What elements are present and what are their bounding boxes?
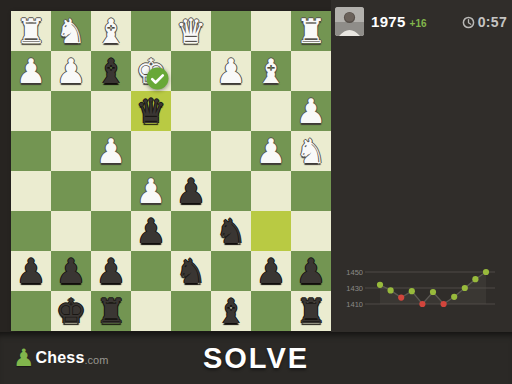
square-a2[interactable] (291, 51, 331, 91)
white-pawn-h2[interactable]: ♟ (16, 51, 46, 91)
timer-value: 0:57 (478, 14, 507, 30)
black-bishop-c8[interactable]: ♝ (216, 291, 246, 331)
square-c7[interactable] (211, 251, 251, 291)
square-b3[interactable] (251, 91, 291, 131)
white-rook-a1[interactable]: ♜ (296, 11, 326, 51)
black-knight-c6[interactable]: ♞ (216, 211, 246, 251)
square-a6[interactable] (291, 211, 331, 251)
correct-move-check-icon (146, 67, 169, 90)
square-c3[interactable] (211, 91, 251, 131)
square-h8[interactable] (11, 291, 51, 331)
square-e5[interactable]: ♟ (131, 171, 171, 211)
square-f7[interactable]: ♟ (91, 251, 131, 291)
square-h4[interactable] (11, 131, 51, 171)
white-pawn-f4[interactable]: ♟ (96, 131, 126, 171)
rating-point-win (409, 288, 415, 294)
square-f1[interactable]: ♝ (91, 11, 131, 51)
rating-row: 1975 +16 (371, 13, 427, 30)
square-g1[interactable]: ♞ (51, 11, 91, 51)
rating-point-loss (398, 295, 404, 301)
rating-delta-badge: +16 (410, 18, 427, 29)
timer-row: 0:57 (462, 14, 507, 30)
puzzle-rating: 1975 (371, 13, 406, 30)
black-rook-a8[interactable]: ♜ (296, 291, 326, 331)
side-panel: 1975 +16 0:57 145014301410 (331, 0, 512, 332)
rating-point-win (388, 287, 394, 293)
square-f2[interactable]: ♝ (91, 51, 131, 91)
board-frame: ♜♞♝♛♜♟♟♝♚♟♝♛♟♟♟♞♟♟♟♞♟♟♟♞♟♟♚♜♝♜ (0, 0, 331, 332)
square-f6[interactable] (91, 211, 131, 251)
avatar-photo (335, 7, 364, 36)
square-a8[interactable]: ♜ (291, 291, 331, 331)
square-e6[interactable]: ♟ (131, 211, 171, 251)
square-d1[interactable]: ♛ (171, 11, 211, 51)
square-d8[interactable] (171, 291, 211, 331)
square-b7[interactable]: ♟ (251, 251, 291, 291)
square-b4[interactable]: ♟ (251, 131, 291, 171)
square-d6[interactable] (171, 211, 211, 251)
chart-ytick: 1450 (346, 268, 363, 277)
white-pawn-b4[interactable]: ♟ (256, 131, 286, 171)
square-b5[interactable] (251, 171, 291, 211)
square-b1[interactable] (251, 11, 291, 51)
chart-ytick: 1430 (346, 284, 363, 293)
square-a7[interactable]: ♟ (291, 251, 331, 291)
black-king-g8[interactable]: ♚ (56, 291, 86, 331)
square-a5[interactable] (291, 171, 331, 211)
square-g6[interactable] (51, 211, 91, 251)
square-c5[interactable] (211, 171, 251, 211)
rating-point-loss (441, 301, 447, 307)
square-e8[interactable] (131, 291, 171, 331)
square-d5[interactable]: ♟ (171, 171, 211, 211)
square-d7[interactable]: ♞ (171, 251, 211, 291)
square-f8[interactable]: ♜ (91, 291, 131, 331)
chesscom-pawn-logo-icon: ♟ (13, 346, 35, 370)
rating-point-win (483, 269, 489, 275)
black-bishop-f2[interactable]: ♝ (96, 51, 126, 91)
chart-ytick: 1410 (346, 300, 363, 309)
white-pawn-c2[interactable]: ♟ (216, 51, 246, 91)
square-f5[interactable] (91, 171, 131, 211)
square-h2[interactable]: ♟ (11, 51, 51, 91)
square-h6[interactable] (11, 211, 51, 251)
bottom-bar: ♟ Chess .com SOLVE (0, 332, 512, 384)
black-pawn-h7[interactable]: ♟ (16, 251, 46, 291)
square-b6[interactable] (251, 211, 291, 251)
rating-point-win (451, 294, 457, 300)
square-c1[interactable] (211, 11, 251, 51)
square-g5[interactable] (51, 171, 91, 211)
black-knight-d7[interactable]: ♞ (176, 251, 206, 291)
square-h5[interactable] (11, 171, 51, 211)
rating-point-win (430, 289, 436, 295)
square-h7[interactable]: ♟ (11, 251, 51, 291)
rating-point-loss (419, 301, 425, 307)
black-pawn-g7[interactable]: ♟ (56, 251, 86, 291)
black-pawn-a7[interactable]: ♟ (296, 251, 326, 291)
brand-name: Chess (36, 349, 85, 367)
square-d2[interactable] (171, 51, 211, 91)
square-g3[interactable] (51, 91, 91, 131)
square-c8[interactable]: ♝ (211, 291, 251, 331)
rating-point-win (472, 276, 478, 282)
square-g4[interactable] (51, 131, 91, 171)
avatar[interactable] (335, 7, 364, 36)
puzzle-app: ♜♞♝♛♜♟♟♝♚♟♝♛♟♟♟♞♟♟♟♞♟♟♟♞♟♟♚♜♝♜ 1975 +16 (0, 0, 512, 384)
rating-history-chart: 145014301410 (345, 260, 500, 320)
square-e3[interactable]: ♛ (131, 91, 171, 131)
black-pawn-e6[interactable]: ♟ (136, 211, 166, 251)
square-c2[interactable]: ♟ (211, 51, 251, 91)
black-pawn-d5[interactable]: ♟ (176, 171, 206, 211)
square-b2[interactable]: ♝ (251, 51, 291, 91)
white-bishop-f1[interactable]: ♝ (96, 11, 126, 51)
black-rook-f8[interactable]: ♜ (96, 291, 126, 331)
solve-title: SOLVE (203, 342, 309, 375)
square-d3[interactable] (171, 91, 211, 131)
white-knight-g1[interactable]: ♞ (56, 11, 86, 51)
black-pawn-f7[interactable]: ♟ (96, 251, 126, 291)
rating-point-win (462, 285, 468, 291)
square-a4[interactable]: ♞ (291, 131, 331, 171)
square-f4[interactable]: ♟ (91, 131, 131, 171)
square-a3[interactable]: ♟ (291, 91, 331, 131)
square-e4[interactable] (131, 131, 171, 171)
square-g8[interactable]: ♚ (51, 291, 91, 331)
square-b8[interactable] (251, 291, 291, 331)
white-knight-a4[interactable]: ♞ (296, 131, 326, 171)
white-pawn-a3[interactable]: ♟ (296, 91, 326, 131)
rating-point-win (377, 282, 383, 288)
chess-board: ♜♞♝♛♜♟♟♝♚♟♝♛♟♟♟♞♟♟♟♞♟♟♟♞♟♟♚♜♝♜ (11, 11, 331, 331)
square-d4[interactable] (171, 131, 211, 171)
square-g7[interactable]: ♟ (51, 251, 91, 291)
white-queen-d1[interactable]: ♛ (176, 11, 206, 51)
clock-icon (462, 16, 475, 29)
white-bishop-b2[interactable]: ♝ (256, 51, 286, 91)
square-e1[interactable] (131, 11, 171, 51)
square-h3[interactable] (11, 91, 51, 131)
white-pawn-g2[interactable]: ♟ (56, 51, 86, 91)
square-c6[interactable]: ♞ (211, 211, 251, 251)
square-c4[interactable] (211, 131, 251, 171)
brand-tld: .com (85, 354, 109, 366)
black-queen-e3[interactable]: ♛ (136, 91, 166, 131)
square-f3[interactable] (91, 91, 131, 131)
square-e7[interactable] (131, 251, 171, 291)
white-pawn-e5[interactable]: ♟ (136, 171, 166, 211)
square-a1[interactable]: ♜ (291, 11, 331, 51)
black-pawn-b7[interactable]: ♟ (256, 251, 286, 291)
chesscom-logo[interactable]: ♟ Chess .com (13, 332, 108, 384)
square-h1[interactable]: ♜ (11, 11, 51, 51)
white-rook-h1[interactable]: ♜ (16, 11, 46, 51)
square-g2[interactable]: ♟ (51, 51, 91, 91)
